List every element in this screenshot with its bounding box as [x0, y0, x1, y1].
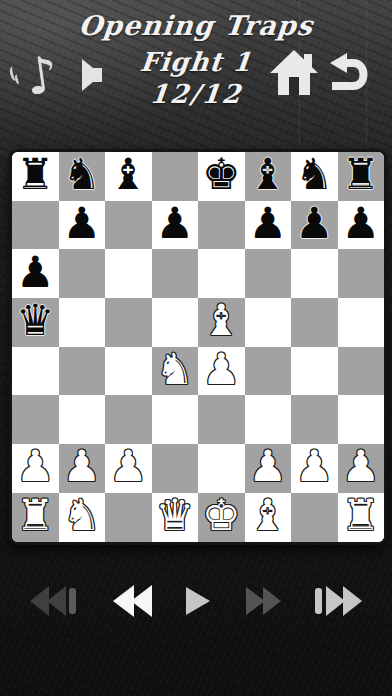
square-f1[interactable]: ♝: [245, 493, 292, 542]
white-queen-d1: ♛: [155, 494, 194, 540]
page-title: Opening Traps: [0, 10, 392, 41]
skip-to-start-icon: [28, 585, 78, 617]
black-pawn-h7: ♟: [341, 202, 380, 248]
square-a1[interactable]: ♜: [12, 493, 59, 542]
square-a7[interactable]: [12, 201, 59, 250]
chess-board: ♜♞♝♚♝♞♜♟♟♟♟♟♟♛♝♞♟♟♟♟♟♟♟♜♞♛♚♝♜: [12, 152, 384, 542]
step-forward-button[interactable]: [244, 586, 282, 619]
home-button[interactable]: [269, 48, 319, 98]
square-d3[interactable]: [152, 395, 199, 444]
square-c2[interactable]: ♟: [105, 444, 152, 493]
black-pawn-d7: ♟: [155, 202, 194, 248]
square-b5[interactable]: [59, 298, 106, 347]
square-a6[interactable]: ♟: [12, 249, 59, 298]
square-d7[interactable]: ♟: [152, 201, 199, 250]
skip-to-end-icon: [314, 585, 364, 617]
square-b6[interactable]: [59, 249, 106, 298]
square-b3[interactable]: [59, 395, 106, 444]
white-pawn-h2: ♟: [341, 445, 380, 491]
black-rook-a8: ♜: [16, 153, 55, 199]
square-b1[interactable]: ♞: [59, 493, 106, 542]
square-b8[interactable]: ♞: [59, 152, 106, 201]
square-a8[interactable]: ♜: [12, 152, 59, 201]
square-f3[interactable]: [245, 395, 292, 444]
black-pawn-g7: ♟: [295, 202, 334, 248]
sound-toggle-button[interactable]: [80, 58, 114, 94]
square-e7[interactable]: [198, 201, 245, 250]
square-c1[interactable]: [105, 493, 152, 542]
white-rook-h1: ♜: [341, 494, 380, 540]
step-back-icon: [111, 584, 153, 618]
square-e3[interactable]: [198, 395, 245, 444]
square-b2[interactable]: ♟: [59, 444, 106, 493]
white-bishop-f1: ♝: [248, 494, 287, 540]
undo-button[interactable]: [326, 52, 374, 98]
square-h8[interactable]: ♜: [338, 152, 385, 201]
black-queen-a5: ♛: [16, 299, 55, 345]
undo-icon: [327, 52, 373, 96]
black-king-e8: ♚: [202, 153, 241, 199]
square-e1[interactable]: ♚: [198, 493, 245, 542]
black-bishop-c8: ♝: [109, 153, 148, 199]
square-g3[interactable]: [291, 395, 338, 444]
white-king-e1: ♚: [202, 494, 241, 540]
square-e6[interactable]: [198, 249, 245, 298]
square-b7[interactable]: ♟: [59, 201, 106, 250]
square-c5[interactable]: [105, 298, 152, 347]
black-pawn-a6: ♟: [16, 251, 55, 297]
white-pawn-b2: ♟: [62, 445, 101, 491]
white-pawn-f2: ♟: [248, 445, 287, 491]
square-g6[interactable]: [291, 249, 338, 298]
square-e4[interactable]: ♟: [198, 347, 245, 396]
white-pawn-a2: ♟: [16, 445, 55, 491]
square-g4[interactable]: [291, 347, 338, 396]
chess-board-frame: ♜♞♝♚♝♞♜♟♟♟♟♟♟♛♝♞♟♟♟♟♟♟♟♜♞♛♚♝♜: [9, 149, 387, 545]
square-d2[interactable]: [152, 444, 199, 493]
square-c3[interactable]: [105, 395, 152, 444]
square-g8[interactable]: ♞: [291, 152, 338, 201]
square-g2[interactable]: ♟: [291, 444, 338, 493]
square-a2[interactable]: ♟: [12, 444, 59, 493]
white-pawn-g2: ♟: [295, 445, 334, 491]
square-f7[interactable]: ♟: [245, 201, 292, 250]
square-d8[interactable]: [152, 152, 199, 201]
square-f5[interactable]: [245, 298, 292, 347]
square-a3[interactable]: [12, 395, 59, 444]
square-c7[interactable]: [105, 201, 152, 250]
white-pawn-c2: ♟: [109, 445, 148, 491]
square-h6[interactable]: [338, 249, 385, 298]
white-knight-d4: ♞: [155, 348, 194, 394]
play-icon: [185, 586, 211, 616]
square-h7[interactable]: ♟: [338, 201, 385, 250]
black-rook-h8: ♜: [341, 153, 380, 199]
skip-to-start-button[interactable]: [28, 585, 78, 620]
step-back-button[interactable]: [111, 584, 153, 621]
black-pawn-b7: ♟: [62, 202, 101, 248]
skip-to-end-button[interactable]: [314, 585, 364, 620]
square-g1[interactable]: [291, 493, 338, 542]
speaker-icon: [81, 58, 113, 92]
black-knight-b8: ♞: [62, 153, 101, 199]
square-g5[interactable]: [291, 298, 338, 347]
square-d6[interactable]: [152, 249, 199, 298]
square-c4[interactable]: [105, 347, 152, 396]
square-d4[interactable]: ♞: [152, 347, 199, 396]
playback-controls: [0, 584, 392, 621]
square-c8[interactable]: ♝: [105, 152, 152, 201]
square-f8[interactable]: ♝: [245, 152, 292, 201]
square-a5[interactable]: ♛: [12, 298, 59, 347]
black-knight-g8: ♞: [295, 153, 334, 199]
white-rook-a1: ♜: [16, 494, 55, 540]
square-h4[interactable]: [338, 347, 385, 396]
home-icon: [269, 48, 319, 96]
square-h2[interactable]: ♟: [338, 444, 385, 493]
square-h3[interactable]: [338, 395, 385, 444]
square-d1[interactable]: ♛: [152, 493, 199, 542]
square-e5[interactable]: ♝: [198, 298, 245, 347]
square-e8[interactable]: ♚: [198, 152, 245, 201]
square-d5[interactable]: [152, 298, 199, 347]
square-a4[interactable]: [12, 347, 59, 396]
white-bishop-e5: ♝: [202, 299, 241, 345]
white-pawn-e4: ♟: [202, 348, 241, 394]
black-pawn-f7: ♟: [248, 202, 287, 248]
square-f6[interactable]: [245, 249, 292, 298]
step-forward-icon: [244, 586, 282, 616]
square-g7[interactable]: ♟: [291, 201, 338, 250]
music-note-icon: ♪: [15, 48, 69, 104]
square-f4[interactable]: [245, 347, 292, 396]
black-bishop-f8: ♝: [248, 153, 287, 199]
white-knight-b1: ♞: [62, 494, 101, 540]
square-h1[interactable]: ♜: [338, 493, 385, 542]
play-button[interactable]: [185, 586, 211, 619]
square-h5[interactable]: [338, 298, 385, 347]
square-f2[interactable]: ♟: [245, 444, 292, 493]
square-e2[interactable]: [198, 444, 245, 493]
square-b4[interactable]: [59, 347, 106, 396]
music-toggle-button[interactable]: ♪: [18, 50, 66, 102]
square-c6[interactable]: [105, 249, 152, 298]
